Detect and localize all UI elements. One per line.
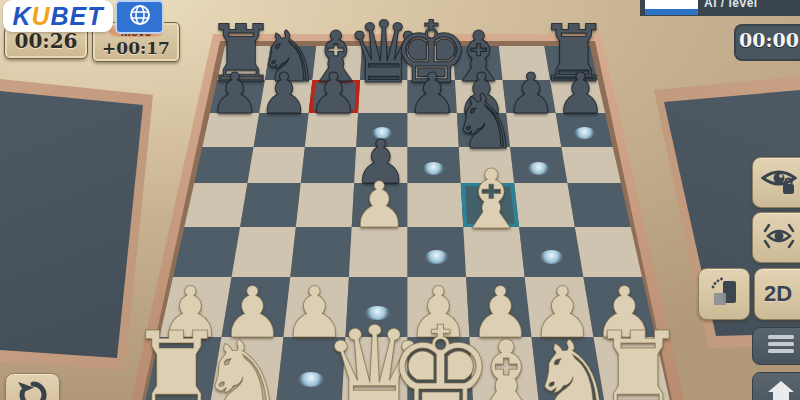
kubet-logo-u: U [32,2,51,31]
rotate-view-button[interactable] [698,268,750,320]
move-dot-g3[interactable] [540,250,563,264]
home-button[interactable] [752,372,800,400]
piece-white-bishop-f4[interactable]: ♝ [368,159,614,241]
globe-icon [128,3,152,31]
language-globe-button[interactable] [115,0,164,34]
ai-flag [645,0,698,9]
move-dot-e3[interactable] [425,250,448,264]
kubet-logo-k: K [12,2,31,31]
black-clock: 00:00 [734,24,800,61]
home-icon [767,379,795,400]
menu-button[interactable] [752,327,800,365]
2d-view-button[interactable]: 2D [754,268,800,320]
rotate-device-icon [708,274,740,314]
ai-flag-blue-stripe [645,9,698,15]
move-increment-value: +00:17 [93,38,179,58]
ai-opponent-panel: AI / level [640,0,800,16]
view-mode-button[interactable] [752,212,800,263]
eye-focus-icon [761,220,797,256]
undo-icon [16,378,50,400]
kubet-logo-bet: BET [51,2,104,31]
ai-level-label: AI / level [704,0,758,10]
kubet-logo[interactable]: KUBET [3,0,113,32]
hamburger-menu-icon [766,333,796,359]
show-hints-button[interactable] [752,157,800,208]
eye-lock-icon [761,165,797,201]
2d-view-label: 2D [755,281,792,307]
undo-button[interactable] [5,373,60,400]
game-scene: ♜♞♝♛♚♝♜♟♟♟♟♟♟♟♞♟♟♝♟♟♟♟♟♟♟♜♞♛♚♝♞♜ [0,0,800,400]
